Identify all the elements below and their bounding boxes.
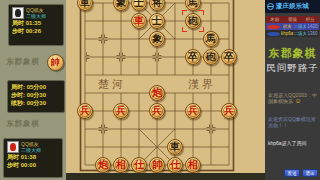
black-side-icon [267, 32, 280, 36]
piece-red-相[interactable]: 相 [185, 157, 201, 173]
table-row[interactable]: khp6a 二级大师 1360 [266, 30, 319, 37]
row-player-name: 棋友 [281, 23, 294, 30]
red-side-icon [267, 25, 280, 29]
setting-extra-seconds: 续秒: 00分30 [11, 99, 61, 107]
right-panel: 濠庄娱乐城 名称 等级 积分 棋友 二级大师 1420 khp6a 二级大师 1… [265, 0, 320, 180]
piece-black-将[interactable]: 将 [149, 0, 165, 11]
row-player-rank: 二级大师 [294, 23, 307, 30]
player-top-game-clock: 局时 01:35 [12, 19, 60, 27]
piece-red-炮[interactable]: 炮 [149, 85, 165, 101]
player-bottom-move-clock: 步时 00:00 [7, 161, 59, 169]
logo-banner: 濠庄娱乐城 [265, 0, 320, 13]
chat-text: 欢迎进入QQ2003：中国象棋快乐 [268, 92, 317, 104]
player-table: 名称 等级 积分 棋友 二级大师 1420 khp6a 二级大师 1360 [266, 16, 319, 37]
piece-black-砲[interactable]: 砲 [185, 13, 201, 29]
piece-black-卒[interactable]: 卒 [221, 49, 237, 65]
setting-game-time: 局时: 05分00 [11, 83, 61, 91]
player-bottom-avatar[interactable] [7, 141, 19, 153]
piece-black-士[interactable]: 士 [149, 13, 165, 29]
send-button[interactable]: 发送 [284, 169, 300, 177]
piece-black-象[interactable]: 象 [113, 0, 129, 11]
left-panel: QQ棋友 二级大师 局时 01:35 步时 00:26 东郡象棋 帥 局时: 0… [0, 0, 66, 180]
piece-black-士[interactable]: 士 [131, 0, 147, 11]
piece-red-炮[interactable]: 炮 [95, 157, 111, 173]
col-header-rank: 等级 [284, 16, 302, 23]
col-header-score: 积分 [301, 16, 319, 23]
player-top-box: QQ棋友 二级大师 局时 01:35 步时 00:26 [8, 4, 64, 46]
piece-red-兵[interactable]: 兵 [149, 103, 165, 119]
exit-button[interactable]: 退出 [302, 169, 318, 177]
piece-red-相[interactable]: 相 [113, 157, 129, 173]
piece-red-兵[interactable]: 兵 [77, 103, 93, 119]
table-row[interactable]: 棋友 二级大师 1420 [266, 23, 319, 30]
watermark-top: 东郡象棋 [6, 57, 40, 67]
globe-icon [267, 3, 274, 10]
piece-black-馬[interactable]: 馬 [203, 31, 219, 47]
room-title: 东郡象棋 [265, 46, 320, 61]
time-settings-box: 局时: 05分00 步时: 00分30 续秒: 00分30 [7, 80, 65, 113]
piece-black-象[interactable]: 象 [149, 31, 165, 47]
player-top-avatar[interactable] [12, 7, 24, 19]
piece-red-兵[interactable]: 兵 [185, 103, 201, 119]
piece-black-砲[interactable]: 砲 [203, 49, 219, 65]
smiley-emoji: ☺ [294, 97, 301, 104]
player-table-header: 名称 等级 积分 [266, 16, 319, 23]
piece-red-帥[interactable]: 帥 [149, 157, 165, 173]
piece-black-車[interactable]: 車 [77, 0, 93, 11]
col-header-name: 名称 [266, 16, 284, 23]
piece-black-卒[interactable]: 卒 [185, 49, 201, 65]
piece-red-仕[interactable]: 仕 [131, 157, 147, 173]
logo-text: 濠庄娱乐城 [276, 2, 309, 11]
row-player-rank: 二级大师 [294, 30, 307, 37]
board-pieces: 車象士将馬車士砲象馬卒砲卒炮兵兵兵兵兵車炮相仕帥仕相 [66, 0, 265, 180]
piece-red-車[interactable]: 車 [131, 13, 147, 29]
chat-message: 欢迎贵宾QQ象棋玩家光临！！ [268, 116, 317, 128]
chat-message: khp6a进入了房间 [268, 140, 317, 146]
row-player-name: khp6a [281, 30, 294, 37]
row-player-score: 1420 [306, 23, 319, 30]
player-top-move-clock: 步时 00:26 [12, 27, 60, 35]
board-region: 楚河 漢界 車象士将馬車士砲象馬卒砲卒炮兵兵兵兵兵車炮相仕帥仕相 [66, 0, 265, 180]
piece-black-車[interactable]: 車 [167, 139, 183, 155]
room-subtitle: 民间野路子 [265, 62, 320, 75]
piece-red-仕[interactable]: 仕 [167, 157, 183, 173]
player-bottom-box: QQ棋友 二级大师 局时 01:38 步时 00:00 [3, 138, 63, 178]
bottom-bar [66, 173, 265, 180]
chat-message: 欢迎进入QQ2003：中国象棋快乐 ☺ [268, 92, 317, 104]
side-indicator-piece-icon: 帥 [47, 54, 64, 71]
player-bottom-game-clock: 局时 01:38 [7, 153, 59, 161]
setting-move-time: 步时: 00分30 [11, 91, 61, 99]
watermark-bottom: 东郡象棋 [6, 119, 40, 129]
piece-black-馬[interactable]: 馬 [185, 0, 201, 11]
row-player-score: 1360 [306, 30, 319, 37]
piece-red-兵[interactable]: 兵 [221, 103, 237, 119]
xiangqi-game-window: QQ棋友 二级大师 局时 01:35 步时 00:26 东郡象棋 帥 局时: 0… [0, 0, 320, 180]
piece-red-兵[interactable]: 兵 [113, 103, 129, 119]
